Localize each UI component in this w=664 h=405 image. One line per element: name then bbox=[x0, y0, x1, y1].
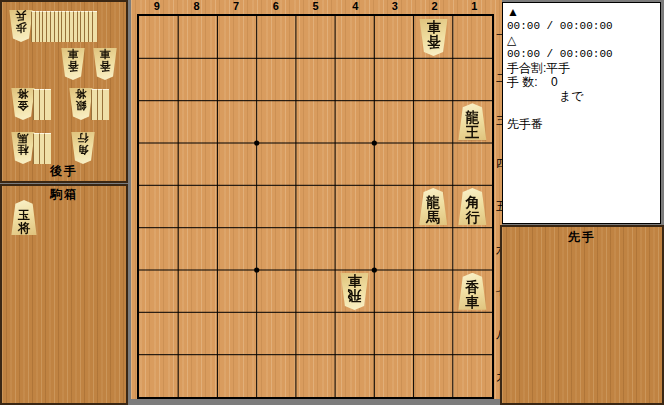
piece-kanji: 車 bbox=[426, 19, 440, 34]
piece-kanji: 角 bbox=[465, 195, 479, 210]
piece-kanji: 飛 bbox=[348, 288, 362, 303]
gote-clock: 00:00 / 00:00:00 bbox=[507, 47, 656, 61]
hand-gote-香車-x1[interactable]: 香車 bbox=[60, 48, 86, 80]
piece-kanji: 行 bbox=[78, 132, 89, 144]
move-count-label: 手 数: 0 bbox=[507, 75, 656, 89]
piece-kanji: 龍 bbox=[465, 110, 479, 125]
piece-kanji: 馬 bbox=[426, 210, 440, 225]
piece-kanji: 金 bbox=[18, 100, 29, 112]
piece-stack-edge bbox=[44, 89, 51, 120]
sente-label: 先手 bbox=[502, 229, 662, 246]
file-label-1: 1 bbox=[454, 0, 494, 13]
piece-kanji: 歩 bbox=[16, 22, 27, 34]
handicap-label: 手合割:平手 bbox=[507, 61, 656, 75]
hand-gote-角行-x1[interactable]: 角行 bbox=[70, 132, 96, 164]
piece-kanji: 香 bbox=[426, 34, 440, 49]
file-label-5: 5 bbox=[296, 0, 336, 13]
piece-kanji: 車 bbox=[348, 273, 362, 288]
board-pieces: 香車龍王龍馬角行飛車香車 bbox=[139, 16, 492, 397]
file-label-3: 3 bbox=[375, 0, 415, 13]
piece-kanji: 王 bbox=[465, 125, 479, 140]
piece-kanji: 車 bbox=[68, 48, 79, 60]
piece-kanji: 将 bbox=[18, 222, 30, 235]
file-labels: 987654321 bbox=[137, 0, 494, 13]
file-label-4: 4 bbox=[335, 0, 375, 13]
sente-turn-marker: ▲ bbox=[507, 5, 656, 19]
piece-kanji: 兵 bbox=[16, 10, 27, 22]
file-label-2: 2 bbox=[415, 0, 455, 13]
piece-kanji: 車 bbox=[465, 295, 479, 310]
made-label: まで bbox=[559, 89, 656, 103]
piece-box-panel[interactable]: 駒箱 玉将 bbox=[0, 184, 128, 405]
game-info-box: ▲ 00:00 / 00:00:00 △ 00:00 / 00:00:00 手合… bbox=[502, 2, 661, 224]
piece-sente-龍王-13[interactable]: 龍王 bbox=[457, 103, 488, 140]
sente-clock: 00:00 / 00:00:00 bbox=[507, 19, 656, 33]
turn-indicator: 先手番 bbox=[507, 117, 656, 131]
box-玉将[interactable]: 玉将 bbox=[10, 200, 38, 235]
piece-sente-角行-15[interactable]: 角行 bbox=[457, 188, 488, 225]
piece-kanji: 銀 bbox=[76, 100, 87, 112]
sente-hand-panel[interactable]: 先手 bbox=[500, 225, 664, 405]
piece-kanji: 香 bbox=[465, 280, 479, 295]
board-area: 987654321 一二三四五六七八九 香車龍王龍馬角行飛車香車 bbox=[128, 0, 502, 405]
piece-sente-龍馬-25[interactable]: 龍馬 bbox=[418, 188, 449, 225]
piece-kanji: 桂 bbox=[18, 144, 29, 156]
bottom-margin bbox=[131, 399, 502, 405]
file-label-6: 6 bbox=[256, 0, 296, 13]
piece-gote-飛車-47[interactable]: 飛車 bbox=[339, 273, 370, 310]
board-wood-background: 987654321 一二三四五六七八九 香車龍王龍馬角行飛車香車 bbox=[131, 0, 502, 400]
piece-kanji: 角 bbox=[78, 144, 89, 156]
file-label-9: 9 bbox=[137, 0, 177, 13]
piece-kanji: 行 bbox=[465, 210, 479, 225]
piece-kanji: 香 bbox=[100, 60, 111, 72]
gote-turn-marker: △ bbox=[507, 33, 656, 47]
shogi-board: 香車龍王龍馬角行飛車香車 bbox=[137, 14, 494, 399]
hand-gote-香車-x1[interactable]: 香車 bbox=[92, 48, 118, 80]
gote-label: 後手 bbox=[2, 163, 126, 180]
shogi-editor-window: 歩兵香車香車金将銀将桂馬角行 後手 駒箱 玉将 987654321 一二三四五六… bbox=[0, 0, 664, 405]
file-label-8: 8 bbox=[177, 0, 217, 13]
piece-stack-edge bbox=[92, 11, 97, 42]
piece-kanji: 龍 bbox=[426, 195, 440, 210]
piece-stack-edge bbox=[102, 89, 109, 120]
gote-hand-panel[interactable]: 歩兵香車香車金将銀将桂馬角行 後手 bbox=[0, 0, 128, 183]
piece-stack-edge bbox=[44, 133, 51, 164]
piece-kanji: 将 bbox=[18, 88, 29, 100]
piece-kanji: 車 bbox=[100, 48, 111, 60]
piece-gote-香車-21[interactable]: 香車 bbox=[418, 19, 449, 56]
file-label-7: 7 bbox=[216, 0, 256, 13]
piece-kanji: 香 bbox=[68, 60, 79, 72]
piece-box-label: 駒箱 bbox=[2, 186, 126, 203]
piece-kanji: 馬 bbox=[18, 132, 29, 144]
piece-sente-香車-17[interactable]: 香車 bbox=[457, 273, 488, 310]
piece-kanji: 将 bbox=[76, 88, 87, 100]
